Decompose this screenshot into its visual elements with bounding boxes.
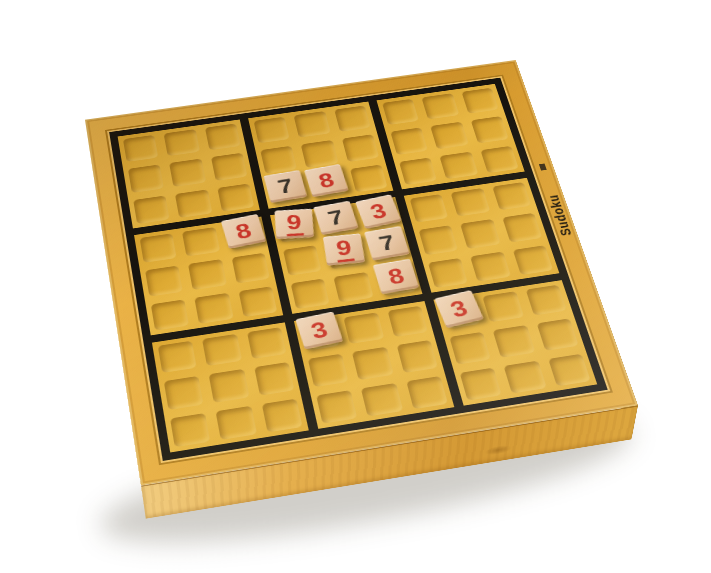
cell-dimple bbox=[164, 129, 200, 156]
cell-r6c7[interactable] bbox=[422, 253, 474, 293]
cell-dimple bbox=[361, 383, 403, 417]
cell-dimple bbox=[217, 183, 254, 212]
brand-logo-mark bbox=[539, 163, 547, 170]
tile-digit: 7 bbox=[276, 175, 296, 196]
cell-dimple bbox=[502, 213, 542, 242]
tile-digit: 3 bbox=[308, 318, 330, 342]
cell-dimple bbox=[431, 122, 469, 149]
cell-r7c1[interactable] bbox=[152, 336, 203, 378]
cell-dimple bbox=[410, 194, 449, 223]
block-3-3: 3 bbox=[433, 280, 597, 406]
cell-r6c5[interactable] bbox=[328, 267, 380, 307]
cell-dimple bbox=[376, 265, 416, 296]
cell-dimple bbox=[254, 117, 290, 144]
cell-dimple bbox=[182, 227, 220, 257]
cell-r9c6[interactable] bbox=[400, 371, 455, 415]
board: 78897397833 bbox=[118, 84, 598, 453]
cell-dimple bbox=[428, 258, 468, 288]
cell-dimple bbox=[504, 360, 547, 393]
tile-r7c4-digit-3[interactable]: 3 bbox=[295, 311, 343, 349]
cell-r6c3[interactable] bbox=[232, 281, 283, 321]
cell-dimple bbox=[460, 219, 500, 248]
cell-dimple bbox=[449, 332, 491, 364]
cell-r5c6[interactable]: 7 bbox=[362, 228, 413, 267]
tile-digit: 9 bbox=[285, 212, 303, 236]
cell-r9c2[interactable] bbox=[210, 400, 263, 445]
cell-dimple bbox=[334, 272, 374, 303]
cell-r8c6[interactable] bbox=[390, 335, 444, 377]
tile-digit: 8 bbox=[317, 170, 337, 191]
cell-r3c2[interactable] bbox=[170, 185, 218, 222]
tile-digit: 8 bbox=[385, 265, 406, 288]
cell-r3c9[interactable] bbox=[474, 142, 524, 178]
cell-r5c2[interactable] bbox=[183, 255, 233, 295]
cell-r9c3[interactable] bbox=[255, 393, 308, 437]
cell-r8c4[interactable] bbox=[302, 349, 355, 392]
cell-r8c3[interactable] bbox=[248, 357, 301, 400]
cell-r7c5[interactable] bbox=[338, 308, 391, 349]
cell-r8c1[interactable] bbox=[158, 371, 210, 415]
cell-r8c9[interactable] bbox=[530, 314, 585, 356]
cell-r7c2[interactable] bbox=[196, 329, 247, 371]
cell-dimple bbox=[254, 362, 294, 395]
cell-r5c3[interactable] bbox=[226, 249, 276, 288]
cell-r3c6[interactable] bbox=[344, 160, 393, 196]
tile-digit: 3 bbox=[367, 201, 389, 223]
cell-dimple bbox=[406, 376, 448, 410]
cell-r9c9[interactable] bbox=[541, 349, 597, 392]
tile-r5c6-digit-7[interactable]: 7 bbox=[364, 226, 410, 261]
cell-dimple bbox=[396, 340, 437, 373]
cell-dimple bbox=[301, 140, 338, 167]
cell-dimple bbox=[205, 123, 241, 150]
cell-dimple bbox=[128, 165, 164, 193]
cell-dimple bbox=[461, 88, 499, 114]
cell-dimple bbox=[238, 286, 277, 317]
cell-r6c4[interactable] bbox=[285, 274, 336, 314]
wood-knot bbox=[484, 444, 512, 457]
block-1-1 bbox=[118, 119, 260, 228]
cell-dimple bbox=[308, 354, 349, 387]
cell-dimple bbox=[145, 266, 183, 297]
cell-r8c7[interactable] bbox=[443, 327, 497, 369]
scene: 78897397833 Sudoku bbox=[110, 19, 580, 489]
tile-digit: 3 bbox=[447, 297, 471, 321]
cell-r4c2[interactable] bbox=[177, 223, 226, 262]
cell-dimple bbox=[390, 128, 428, 155]
cell-dimple bbox=[158, 341, 197, 374]
block-2-2: 973978 bbox=[270, 197, 422, 314]
cell-dimple bbox=[175, 189, 212, 218]
block-2-1: 8 bbox=[134, 217, 283, 336]
cell-r9c7[interactable] bbox=[453, 362, 508, 405]
board-recess: 78897397833 bbox=[109, 78, 608, 461]
cell-r9c8[interactable] bbox=[497, 355, 553, 398]
block-1-2: 78 bbox=[248, 102, 393, 209]
cell-dimple bbox=[334, 105, 371, 132]
cell-dimple bbox=[492, 182, 532, 211]
cell-dimple bbox=[123, 135, 159, 162]
tile-digit: 9 bbox=[334, 237, 355, 262]
cell-r6c9[interactable] bbox=[506, 241, 559, 280]
cell-dimple bbox=[291, 278, 330, 309]
cell-dimple bbox=[493, 325, 535, 357]
cell-dimple bbox=[169, 159, 205, 187]
cell-r7c4[interactable]: 3 bbox=[294, 314, 346, 356]
cell-dimple bbox=[440, 298, 481, 329]
cell-dimple bbox=[133, 195, 170, 224]
cell-r3c4[interactable]: 7 bbox=[262, 172, 311, 209]
cell-dimple bbox=[350, 164, 388, 192]
cell-r6c6[interactable]: 8 bbox=[371, 261, 423, 301]
cell-dimple bbox=[294, 111, 331, 138]
cell-dimple bbox=[451, 188, 490, 217]
cell-dimple bbox=[399, 157, 437, 185]
cell-r7c9[interactable] bbox=[519, 280, 573, 320]
cell-dimple bbox=[195, 293, 234, 324]
page-background: { "game": "sudoku", "description": "Wood… bbox=[0, 0, 711, 573]
cell-dimple bbox=[419, 225, 459, 255]
tile-r6c6-digit-8[interactable]: 8 bbox=[372, 258, 419, 294]
cell-dimple bbox=[422, 93, 459, 119]
cell-r8c5[interactable] bbox=[346, 342, 399, 385]
cell-dimple bbox=[344, 312, 384, 344]
cell-r7c6[interactable] bbox=[381, 301, 434, 342]
block-3-1 bbox=[152, 322, 309, 452]
cell-dimple bbox=[480, 146, 519, 174]
cell-r5c1[interactable] bbox=[139, 261, 188, 301]
tile-digit: 7 bbox=[376, 232, 397, 255]
cell-dimple bbox=[316, 390, 358, 424]
cell-dimple bbox=[283, 245, 322, 275]
cell-dimple bbox=[260, 146, 297, 174]
cell-r8c8[interactable] bbox=[487, 321, 542, 363]
cell-dimple bbox=[512, 245, 553, 275]
cell-r6c2[interactable] bbox=[189, 288, 239, 329]
cell-r7c3[interactable] bbox=[241, 322, 293, 364]
cell-r9c5[interactable] bbox=[355, 378, 409, 422]
cell-dimple bbox=[525, 285, 567, 316]
cell-dimple bbox=[231, 253, 270, 283]
cell-dimple bbox=[548, 353, 591, 386]
cell-r3c1[interactable] bbox=[128, 191, 176, 228]
tile-digit: 7 bbox=[326, 207, 347, 229]
cell-dimple bbox=[216, 406, 257, 440]
cell-dimple bbox=[536, 319, 578, 351]
cell-dimple bbox=[188, 259, 226, 289]
cell-dimple bbox=[211, 153, 248, 181]
block-2-3 bbox=[404, 178, 560, 293]
cell-dimple bbox=[440, 151, 479, 179]
cell-dimple bbox=[261, 398, 302, 432]
cell-dimple bbox=[483, 291, 524, 322]
tile-r4c4-digit-9[interactable]: 9 bbox=[274, 209, 314, 240]
cell-dimple bbox=[209, 369, 249, 402]
cell-dimple bbox=[342, 134, 379, 161]
cell-dimple bbox=[470, 251, 511, 281]
cell-dimple bbox=[387, 306, 428, 338]
cell-dimple bbox=[164, 376, 204, 410]
cell-dimple bbox=[151, 299, 190, 330]
cell-r8c2[interactable] bbox=[203, 364, 255, 407]
cell-r3c3[interactable] bbox=[211, 179, 259, 216]
block-1-3 bbox=[377, 84, 525, 189]
cell-r4c1[interactable] bbox=[134, 229, 183, 268]
cell-dimple bbox=[202, 334, 242, 366]
cell-dimple bbox=[382, 99, 419, 125]
cell-r7c7[interactable]: 3 bbox=[433, 293, 486, 334]
cell-r9c4[interactable] bbox=[310, 385, 364, 429]
cell-r9c1[interactable] bbox=[164, 408, 217, 453]
cell-dimple bbox=[140, 233, 177, 263]
cell-dimple bbox=[247, 327, 287, 359]
sudoku-tray: 78897397833 Sudoku bbox=[85, 60, 638, 485]
cell-r6c1[interactable] bbox=[145, 294, 195, 335]
cell-dimple bbox=[352, 347, 393, 380]
cell-dimple bbox=[170, 413, 211, 448]
tile-r5c5-digit-9[interactable]: 9 bbox=[323, 234, 366, 267]
cell-r5c4[interactable] bbox=[277, 241, 327, 280]
cell-dimple bbox=[300, 319, 340, 351]
cell-dimple bbox=[470, 116, 508, 143]
cell-dimple bbox=[460, 367, 502, 400]
cell-r7c8[interactable] bbox=[476, 287, 530, 328]
tile-r7c7-digit-3[interactable]: 3 bbox=[434, 290, 484, 328]
block-3-2: 3 bbox=[294, 301, 454, 429]
tile-digit: 8 bbox=[233, 220, 254, 243]
